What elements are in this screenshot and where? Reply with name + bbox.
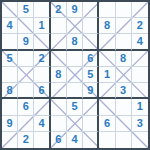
given-cell-r6c8[interactable]: 3	[116, 83, 132, 99]
empty-cell-r4c9[interactable]	[132, 51, 148, 67]
empty-cell-r3c8[interactable]	[116, 34, 132, 50]
empty-cell-r7c4[interactable]	[51, 99, 67, 115]
empty-cell-r6c5[interactable]	[67, 83, 83, 99]
given-cell-r6c1[interactable]: 8	[2, 83, 18, 99]
given-cell-r2c3[interactable]: 1	[34, 18, 50, 34]
empty-cell-r5c1[interactable]	[2, 67, 18, 83]
empty-cell-r9c3[interactable]	[34, 132, 50, 148]
empty-cell-r1c3[interactable]	[34, 2, 50, 18]
given-cell-r7c9[interactable]: 1	[132, 99, 148, 115]
given-cell-r3c9[interactable]: 4	[132, 34, 148, 50]
empty-cell-r9c6[interactable]	[83, 132, 99, 148]
sudoku-board: 5294182984526885186936519463264	[0, 0, 150, 150]
sudoku-grid: 5294182984526885186936519463264	[2, 2, 148, 148]
given-cell-r1c2[interactable]: 5	[18, 2, 34, 18]
empty-cell-r6c4[interactable]	[51, 83, 67, 99]
empty-cell-r1c7[interactable]	[99, 2, 115, 18]
empty-cell-r1c9[interactable]	[132, 2, 148, 18]
empty-cell-r2c6[interactable]	[83, 18, 99, 34]
empty-cell-r1c6[interactable]	[83, 2, 99, 18]
empty-cell-r3c7[interactable]	[99, 34, 115, 50]
given-cell-r6c3[interactable]: 6	[34, 83, 50, 99]
given-cell-r8c9[interactable]: 3	[132, 116, 148, 132]
empty-cell-r8c5[interactable]	[67, 116, 83, 132]
empty-cell-r7c1[interactable]	[2, 99, 18, 115]
empty-cell-r8c6[interactable]	[83, 116, 99, 132]
empty-cell-r3c6[interactable]	[83, 34, 99, 50]
empty-cell-r5c8[interactable]	[116, 67, 132, 83]
given-cell-r9c5[interactable]: 4	[67, 132, 83, 148]
given-cell-r5c6[interactable]: 5	[83, 67, 99, 83]
given-cell-r5c4[interactable]: 8	[51, 67, 67, 83]
empty-cell-r9c1[interactable]	[2, 132, 18, 148]
given-cell-r7c2[interactable]: 6	[18, 99, 34, 115]
given-cell-r1c4[interactable]: 2	[51, 2, 67, 18]
empty-cell-r9c8[interactable]	[116, 132, 132, 148]
empty-cell-r2c5[interactable]	[67, 18, 83, 34]
given-cell-r8c7[interactable]: 6	[99, 116, 115, 132]
given-cell-r7c5[interactable]: 5	[67, 99, 83, 115]
given-cell-r2c9[interactable]: 2	[132, 18, 148, 34]
empty-cell-r5c9[interactable]	[132, 67, 148, 83]
given-cell-r5c7[interactable]: 1	[99, 67, 115, 83]
empty-cell-r4c2[interactable]	[18, 51, 34, 67]
empty-cell-r1c8[interactable]	[116, 2, 132, 18]
given-cell-r2c7[interactable]: 8	[99, 18, 115, 34]
given-cell-r3c5[interactable]: 8	[67, 34, 83, 50]
given-cell-r3c2[interactable]: 9	[18, 34, 34, 50]
empty-cell-r3c3[interactable]	[34, 34, 50, 50]
given-cell-r9c4[interactable]: 6	[51, 132, 67, 148]
empty-cell-r5c2[interactable]	[18, 67, 34, 83]
given-cell-r1c5[interactable]: 9	[67, 2, 83, 18]
empty-cell-r6c2[interactable]	[18, 83, 34, 99]
given-cell-r4c8[interactable]: 8	[116, 51, 132, 67]
empty-cell-r8c4[interactable]	[51, 116, 67, 132]
empty-cell-r6c7[interactable]	[99, 83, 115, 99]
given-cell-r8c1[interactable]: 9	[2, 116, 18, 132]
given-cell-r8c3[interactable]: 4	[34, 116, 50, 132]
given-cell-r4c6[interactable]: 6	[83, 51, 99, 67]
empty-cell-r4c4[interactable]	[51, 51, 67, 67]
given-cell-r4c1[interactable]: 5	[2, 51, 18, 67]
given-cell-r4c3[interactable]: 2	[34, 51, 50, 67]
empty-cell-r2c2[interactable]	[18, 18, 34, 34]
empty-cell-r4c7[interactable]	[99, 51, 115, 67]
empty-cell-r2c8[interactable]	[116, 18, 132, 34]
empty-cell-r7c8[interactable]	[116, 99, 132, 115]
empty-cell-r2c4[interactable]	[51, 18, 67, 34]
empty-cell-r4c5[interactable]	[67, 51, 83, 67]
empty-cell-r1c1[interactable]	[2, 2, 18, 18]
given-cell-r2c1[interactable]: 4	[2, 18, 18, 34]
empty-cell-r3c1[interactable]	[2, 34, 18, 50]
empty-cell-r7c3[interactable]	[34, 99, 50, 115]
empty-cell-r8c2[interactable]	[18, 116, 34, 132]
empty-cell-r5c3[interactable]	[34, 67, 50, 83]
empty-cell-r9c7[interactable]	[99, 132, 115, 148]
empty-cell-r9c9[interactable]	[132, 132, 148, 148]
empty-cell-r7c7[interactable]	[99, 99, 115, 115]
empty-cell-r7c6[interactable]	[83, 99, 99, 115]
empty-cell-r6c9[interactable]	[132, 83, 148, 99]
empty-cell-r5c5[interactable]	[67, 67, 83, 83]
given-cell-r6c6[interactable]: 9	[83, 83, 99, 99]
empty-cell-r3c4[interactable]	[51, 34, 67, 50]
empty-cell-r8c8[interactable]	[116, 116, 132, 132]
given-cell-r9c2[interactable]: 2	[18, 132, 34, 148]
